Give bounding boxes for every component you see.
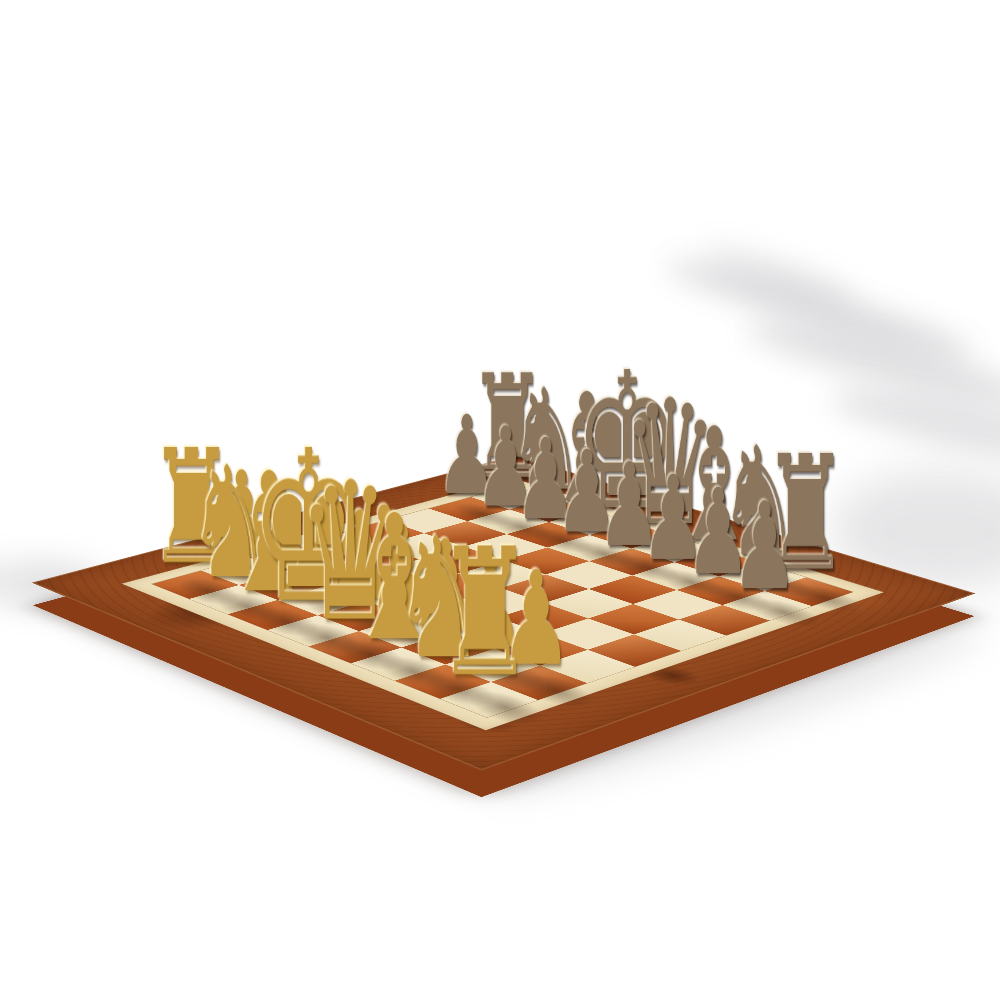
perspective-stage: ♜♞♝♚♛♝♞♜♟♟♟♟♟♟♟♟♟♟♟♟♟♟♟♟♜♞♝♚♛♝♞♜ <box>0 0 1000 1000</box>
pieces-layer: ♜♞♝♚♛♝♞♜♟♟♟♟♟♟♟♟♟♟♟♟♟♟♟♟♜♞♝♚♛♝♞♜ <box>32 455 976 770</box>
white-rook-glyph: ♜ <box>436 524 534 700</box>
chess-board: ♜♞♝♚♛♝♞♜♟♟♟♟♟♟♟♟♟♟♟♟♟♟♟♟♜♞♝♚♛♝♞♜ <box>32 455 976 770</box>
chess-set-product-photo: ♜♞♝♚♛♝♞♜♟♟♟♟♟♟♟♟♟♟♟♟♟♟♟♟♜♞♝♚♛♝♞♜ <box>0 0 1000 1000</box>
black-pawn-glyph: ♟ <box>731 486 798 606</box>
